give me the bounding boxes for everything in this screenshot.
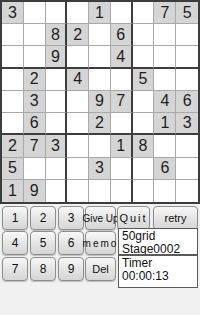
sudoku-cell-r8c2[interactable] xyxy=(24,158,46,180)
sudoku-cell-r8c6[interactable] xyxy=(111,158,133,180)
delete-button[interactable]: Del xyxy=(85,257,116,281)
sudoku-cell-r9c6[interactable] xyxy=(111,180,133,202)
key-8[interactable]: 8 xyxy=(30,257,56,281)
sudoku-cell-r4c6[interactable] xyxy=(111,69,133,91)
sudoku-cell-r9c9[interactable] xyxy=(176,180,198,202)
sudoku-cell-r8c1[interactable]: 5 xyxy=(2,158,24,180)
sudoku-cell-r7c9[interactable] xyxy=(176,135,198,157)
sudoku-cell-r6c2[interactable]: 6 xyxy=(24,113,46,135)
sudoku-cell-r1c1[interactable]: 3 xyxy=(2,2,24,24)
key-9[interactable]: 9 xyxy=(58,257,84,281)
sudoku-cell-r1c7[interactable] xyxy=(133,2,155,24)
sudoku-cell-r2c5[interactable] xyxy=(89,24,111,46)
sudoku-cell-r1c6[interactable] xyxy=(111,2,133,24)
quit-button[interactable]: Quit xyxy=(117,206,150,230)
stage-label: Stage0002 xyxy=(122,243,197,255)
sudoku-cell-r3c3[interactable]: 9 xyxy=(46,46,68,68)
sudoku-cell-r2c1[interactable] xyxy=(2,24,24,46)
sudoku-cell-r4c2[interactable]: 2 xyxy=(24,69,46,91)
sudoku-cell-r6c7[interactable] xyxy=(133,113,155,135)
sudoku-cell-r4c3[interactable] xyxy=(46,69,68,91)
sudoku-cell-r8c7[interactable] xyxy=(133,158,155,180)
retry-button[interactable]: retry xyxy=(153,206,198,230)
sudoku-app-screen: 3175826942453974662132731853619 1 2 3 Gi… xyxy=(0,0,200,315)
sudoku-cell-r7c4[interactable] xyxy=(67,135,89,157)
sudoku-cell-r5c7[interactable] xyxy=(133,91,155,113)
sudoku-cell-r4c8[interactable] xyxy=(154,69,176,91)
stage-panel: 50grid Stage0002 xyxy=(118,228,198,255)
key-7[interactable]: 7 xyxy=(2,257,28,281)
sudoku-cell-r2c3[interactable]: 8 xyxy=(46,24,68,46)
sudoku-cell-r4c9[interactable] xyxy=(176,69,198,91)
sudoku-cell-r8c8[interactable]: 6 xyxy=(154,158,176,180)
sudoku-cell-r3c8[interactable] xyxy=(154,46,176,68)
sudoku-board: 3175826942453974662132731853619 xyxy=(0,0,200,204)
sudoku-cell-r1c4[interactable] xyxy=(67,2,89,24)
sudoku-cell-r7c5[interactable] xyxy=(89,135,111,157)
sudoku-cell-r5c2[interactable]: 3 xyxy=(24,91,46,113)
sudoku-cell-r2c8[interactable] xyxy=(154,24,176,46)
sudoku-cell-r2c2[interactable] xyxy=(24,24,46,46)
sudoku-cell-r5c9[interactable]: 6 xyxy=(176,91,198,113)
sudoku-cell-r2c9[interactable] xyxy=(176,24,198,46)
sudoku-cell-r9c5[interactable] xyxy=(89,180,111,202)
sudoku-cell-r3c4[interactable] xyxy=(67,46,89,68)
sudoku-cell-r6c4[interactable] xyxy=(67,113,89,135)
sudoku-cell-r7c2[interactable]: 7 xyxy=(24,135,46,157)
sudoku-cell-r4c4[interactable]: 4 xyxy=(67,69,89,91)
timer-value: 00:00:13 xyxy=(122,270,197,283)
sudoku-cell-r1c5[interactable]: 1 xyxy=(89,2,111,24)
sudoku-cell-r9c3[interactable] xyxy=(46,180,68,202)
sudoku-cell-r1c3[interactable] xyxy=(46,2,68,24)
key-4[interactable]: 4 xyxy=(2,231,28,255)
sudoku-cell-r6c6[interactable] xyxy=(111,113,133,135)
sudoku-cell-r3c2[interactable] xyxy=(24,46,46,68)
sudoku-cell-r8c4[interactable] xyxy=(67,158,89,180)
sudoku-cell-r6c8[interactable]: 1 xyxy=(154,113,176,135)
key-1[interactable]: 1 xyxy=(2,206,28,230)
timer-panel: Timer 00:00:13 xyxy=(118,255,198,288)
sudoku-cell-r6c9[interactable]: 3 xyxy=(176,113,198,135)
sudoku-cell-r7c6[interactable]: 1 xyxy=(111,135,133,157)
key-5[interactable]: 5 xyxy=(30,231,56,255)
sudoku-cell-r6c1[interactable] xyxy=(2,113,24,135)
sudoku-cell-r5c4[interactable] xyxy=(67,91,89,113)
sudoku-cell-r1c9[interactable]: 5 xyxy=(176,2,198,24)
sudoku-cell-r4c7[interactable]: 5 xyxy=(133,69,155,91)
sudoku-cell-r5c3[interactable] xyxy=(46,91,68,113)
sudoku-cell-r7c3[interactable]: 3 xyxy=(46,135,68,157)
sudoku-cell-r7c8[interactable] xyxy=(154,135,176,157)
sudoku-cell-r4c5[interactable] xyxy=(89,69,111,91)
sudoku-cell-r8c3[interactable] xyxy=(46,158,68,180)
sudoku-cell-r9c7[interactable] xyxy=(133,180,155,202)
sudoku-cell-r7c1[interactable]: 2 xyxy=(2,135,24,157)
sudoku-cell-r1c2[interactable] xyxy=(24,2,46,24)
sudoku-cell-r6c3[interactable] xyxy=(46,113,68,135)
sudoku-cell-r5c8[interactable]: 4 xyxy=(154,91,176,113)
sudoku-cell-r7c7[interactable]: 8 xyxy=(133,135,155,157)
sudoku-cell-r1c8[interactable]: 7 xyxy=(154,2,176,24)
key-6[interactable]: 6 xyxy=(58,231,84,255)
sudoku-cell-r3c9[interactable] xyxy=(176,46,198,68)
sudoku-cell-r3c1[interactable] xyxy=(2,46,24,68)
sudoku-cell-r4c1[interactable] xyxy=(2,69,24,91)
key-3[interactable]: 3 xyxy=(58,206,84,230)
give-up-button[interactable]: Give Up xyxy=(85,206,116,230)
sudoku-cell-r6c5[interactable]: 2 xyxy=(89,113,111,135)
sudoku-cell-r5c5[interactable]: 9 xyxy=(89,91,111,113)
sudoku-cell-r8c9[interactable] xyxy=(176,158,198,180)
sudoku-cell-r3c6[interactable]: 4 xyxy=(111,46,133,68)
sudoku-cell-r5c6[interactable]: 7 xyxy=(111,91,133,113)
sudoku-cell-r5c1[interactable] xyxy=(2,91,24,113)
sudoku-cell-r9c2[interactable]: 9 xyxy=(24,180,46,202)
memo-button[interactable]: memo xyxy=(85,231,116,255)
sudoku-cell-r9c8[interactable] xyxy=(154,180,176,202)
sudoku-cell-r3c5[interactable] xyxy=(89,46,111,68)
sudoku-cell-r3c7[interactable] xyxy=(133,46,155,68)
sudoku-cell-r9c1[interactable]: 1 xyxy=(2,180,24,202)
sudoku-cell-r8c5[interactable]: 3 xyxy=(89,158,111,180)
key-2[interactable]: 2 xyxy=(30,206,56,230)
sudoku-cell-r2c6[interactable]: 6 xyxy=(111,24,133,46)
sudoku-cell-r9c4[interactable] xyxy=(67,180,89,202)
sudoku-cell-r2c7[interactable] xyxy=(133,24,155,46)
sudoku-cell-r2c4[interactable]: 2 xyxy=(67,24,89,46)
